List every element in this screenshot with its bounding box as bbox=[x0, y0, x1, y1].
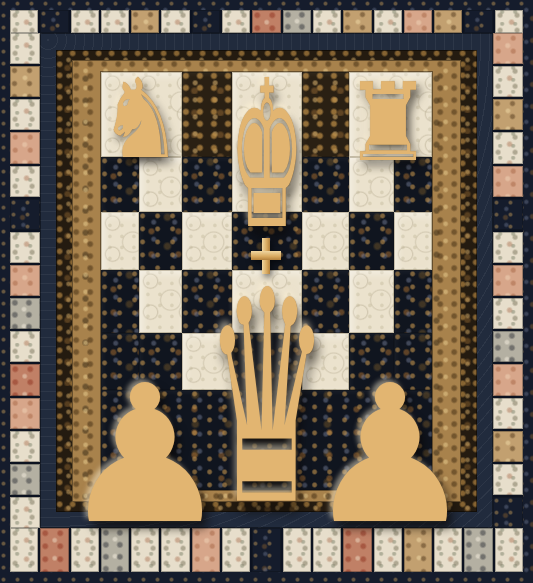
board-cell-light bbox=[101, 212, 139, 270]
board-cell-brown bbox=[302, 72, 349, 157]
patch-square-navy bbox=[464, 10, 492, 33]
patchwork-bottom bbox=[10, 528, 523, 572]
patch-square-cream bbox=[10, 10, 38, 33]
patch-square-cream bbox=[10, 33, 40, 64]
board-cell-dark bbox=[302, 157, 349, 212]
patch-square-red bbox=[40, 528, 68, 572]
patch-square-cream bbox=[313, 10, 341, 33]
patch-square-peach bbox=[493, 364, 523, 395]
patch-square-tan bbox=[10, 66, 40, 97]
patch-square-cream bbox=[493, 132, 523, 163]
chess-quilt: ♞♚♜♛♟♟ bbox=[0, 0, 533, 583]
patch-square-cream bbox=[10, 497, 40, 528]
patch-square-tan bbox=[493, 99, 523, 130]
patch-square-gray bbox=[10, 464, 40, 495]
board-cell-dark bbox=[349, 212, 394, 270]
board-cell-dark bbox=[394, 157, 432, 212]
board-cell-dark bbox=[232, 333, 302, 390]
patch-square-cream bbox=[283, 528, 311, 572]
board-cell-dark bbox=[182, 157, 232, 212]
patch-square-gray bbox=[283, 10, 311, 33]
board-cell-dark bbox=[302, 270, 349, 333]
board-cell-dark bbox=[394, 270, 432, 333]
board-cell-light bbox=[182, 333, 232, 390]
board-cell-light bbox=[302, 212, 349, 270]
patch-square-red bbox=[252, 10, 280, 33]
patch-square-cream bbox=[10, 331, 40, 362]
board-cell-light bbox=[302, 333, 349, 390]
board-cell-light bbox=[139, 157, 182, 212]
board-cell-light bbox=[101, 72, 182, 157]
board-cell-brown bbox=[182, 72, 232, 157]
board-cell-light bbox=[349, 157, 394, 212]
patch-square-cream bbox=[374, 10, 402, 33]
patchwork-right bbox=[493, 33, 523, 528]
patch-square-tan bbox=[493, 431, 523, 462]
patch-square-navy bbox=[192, 10, 220, 33]
patch-square-cream bbox=[222, 10, 250, 33]
patch-square-cream bbox=[493, 66, 523, 97]
patch-square-cream bbox=[493, 398, 523, 429]
patchwork-top bbox=[10, 10, 523, 33]
patch-square-cream bbox=[222, 528, 250, 572]
patch-square-peach bbox=[493, 33, 523, 64]
patch-square-peach bbox=[10, 265, 40, 296]
patch-square-peach bbox=[404, 10, 432, 33]
brown-floral-border: ♞♚♜♛♟♟ bbox=[56, 50, 477, 512]
board-cell-light bbox=[182, 212, 232, 270]
patch-square-peach bbox=[493, 166, 523, 197]
patch-square-cream bbox=[493, 464, 523, 495]
patch-square-peach bbox=[192, 528, 220, 572]
patch-square-gray bbox=[493, 331, 523, 362]
patch-square-red bbox=[343, 528, 371, 572]
patch-square-gray bbox=[101, 528, 129, 572]
board-cell-light bbox=[349, 72, 432, 157]
board-cell-light bbox=[232, 72, 302, 212]
patch-square-navy bbox=[252, 528, 280, 572]
patch-square-peach bbox=[10, 398, 40, 429]
patch-square-tan bbox=[131, 10, 159, 33]
patch-square-cream bbox=[71, 528, 99, 572]
patch-square-navy bbox=[40, 10, 68, 33]
patch-square-cream bbox=[10, 166, 40, 197]
patch-square-tan bbox=[404, 528, 432, 572]
board-cell-dark bbox=[101, 333, 139, 390]
patch-square-cream bbox=[10, 232, 40, 263]
board-cell-dark bbox=[182, 270, 232, 333]
board-cell-dark bbox=[101, 390, 432, 490]
patch-square-gray bbox=[10, 298, 40, 329]
queen-cross-finial-icon bbox=[251, 238, 281, 274]
board-cell-light bbox=[139, 270, 182, 333]
patch-square-navy bbox=[10, 199, 40, 230]
patch-square-cream bbox=[131, 528, 159, 572]
board-cell-light bbox=[349, 270, 394, 333]
board-cell-dark bbox=[101, 270, 139, 333]
board-cell-light bbox=[394, 212, 432, 270]
patch-square-gray bbox=[464, 528, 492, 572]
patch-square-cream bbox=[10, 431, 40, 462]
board-cell-dark bbox=[139, 212, 182, 270]
patch-square-cream bbox=[495, 10, 523, 33]
board-cell-dark bbox=[349, 333, 394, 390]
gold-floral-border: ♞♚♜♛♟♟ bbox=[72, 60, 461, 502]
patch-square-navy bbox=[493, 497, 523, 528]
patch-square-peach bbox=[10, 132, 40, 163]
patch-square-cream bbox=[374, 528, 402, 572]
patch-square-cream bbox=[493, 298, 523, 329]
patch-square-cream bbox=[10, 99, 40, 130]
inner-frame: ♞♚♜♛♟♟ bbox=[40, 33, 493, 528]
patch-square-cream bbox=[161, 10, 189, 33]
patch-square-peach bbox=[493, 265, 523, 296]
patch-square-cream bbox=[161, 528, 189, 572]
patch-square-red bbox=[10, 364, 40, 395]
patch-square-cream bbox=[495, 528, 523, 572]
patch-square-cream bbox=[10, 528, 38, 572]
patch-square-navy bbox=[493, 199, 523, 230]
chess-board: ♞♚♜♛♟♟ bbox=[101, 72, 432, 490]
board-cell-dark bbox=[394, 333, 432, 390]
patch-square-cream bbox=[434, 528, 462, 572]
patch-square-cream bbox=[313, 528, 341, 572]
board-cell-light bbox=[232, 270, 302, 333]
board-cell-dark bbox=[139, 333, 182, 390]
navy-border: ♞♚♜♛♟♟ bbox=[40, 33, 493, 528]
board-cell-dark bbox=[101, 157, 139, 212]
patch-square-tan bbox=[434, 10, 462, 33]
patchwork-left bbox=[10, 33, 40, 528]
patch-square-tan bbox=[343, 10, 371, 33]
patch-square-cream bbox=[71, 10, 99, 33]
patch-square-cream bbox=[493, 232, 523, 263]
patch-square-cream bbox=[101, 10, 129, 33]
